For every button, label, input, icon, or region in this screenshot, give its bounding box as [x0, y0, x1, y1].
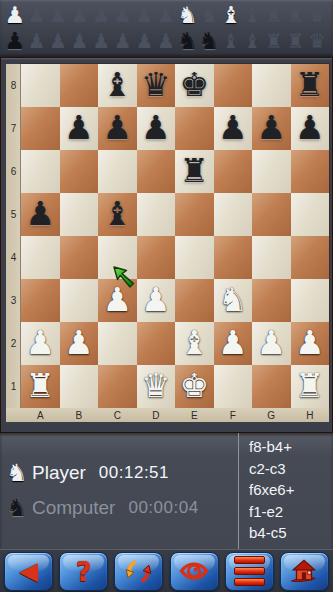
- square-b7[interactable]: ♟: [60, 107, 99, 150]
- slot-white-pawn: ♟: [112, 1, 134, 29]
- black-pawn: ♟: [291, 107, 330, 150]
- square-a6[interactable]: [21, 150, 60, 193]
- square-a8[interactable]: [21, 64, 60, 107]
- square-e5[interactable]: [175, 193, 214, 236]
- slot-white-pawn: ♟: [134, 1, 156, 29]
- captured-black-pawn: ♟: [4, 27, 26, 55]
- square-b1[interactable]: [60, 365, 99, 408]
- black-bishop: ♝: [98, 193, 137, 236]
- square-c6[interactable]: [98, 150, 137, 193]
- square-a3[interactable]: [21, 279, 60, 322]
- slot-white-pawn: ♟: [47, 1, 69, 29]
- file-coordinates: ABCDEFGH: [6, 408, 329, 422]
- square-e4[interactable]: [175, 236, 214, 279]
- rank-label-2: 2: [6, 322, 21, 365]
- file-label-B: B: [60, 408, 99, 422]
- square-g5[interactable]: [252, 193, 291, 236]
- square-h8[interactable]: ♜: [291, 64, 330, 107]
- captured-black-knight: ♞: [198, 27, 220, 55]
- file-label-C: C: [98, 408, 137, 422]
- square-a1[interactable]: ♜: [21, 365, 60, 408]
- square-d1[interactable]: ♛: [137, 365, 176, 408]
- home-icon: [289, 556, 319, 586]
- chess-app-screen: ♟♟♟♟♟♟♟♟♞♞♝♝♜♜♛ ♟♟♟♟♟♟♟♟♞♞♝♝♜♜♛ 87654321…: [0, 0, 333, 592]
- rank-label-7: 7: [6, 107, 21, 150]
- file-label-E: E: [175, 408, 214, 422]
- square-c5[interactable]: ♝: [98, 193, 137, 236]
- move-list[interactable]: f8-b4+c2-c3f6xe6+f1-e2b4-c5: [238, 433, 333, 549]
- square-b5[interactable]: [60, 193, 99, 236]
- square-g1[interactable]: [252, 365, 291, 408]
- black-pawn: ♟: [21, 193, 60, 236]
- file-label-F: F: [214, 408, 253, 422]
- square-g8[interactable]: [252, 64, 291, 107]
- rank-label-3: 3: [6, 279, 21, 322]
- file-label-H: H: [291, 408, 330, 422]
- square-b6[interactable]: [60, 150, 99, 193]
- rank-label-6: 6: [6, 150, 21, 193]
- move-entry: b4-c5: [249, 522, 333, 544]
- home-button[interactable]: [280, 552, 329, 591]
- move-entry: c2-c3: [249, 458, 333, 480]
- help-button[interactable]: ?: [59, 552, 108, 591]
- white-bishop: ♝: [175, 322, 214, 365]
- captured-white-bishop: ♝: [220, 1, 242, 29]
- slot-black-pawn: ♟: [112, 27, 134, 55]
- square-g7[interactable]: ♟: [252, 107, 291, 150]
- slot-white-pawn: ♟: [90, 1, 112, 29]
- square-g4[interactable]: [252, 236, 291, 279]
- slot-black-pawn: ♟: [47, 27, 69, 55]
- square-e3[interactable]: [175, 279, 214, 322]
- toolbar: ◀ ?: [0, 549, 333, 592]
- black-pawn: ♟: [214, 107, 253, 150]
- square-d2[interactable]: [137, 322, 176, 365]
- square-c2[interactable]: [98, 322, 137, 365]
- square-h3[interactable]: [291, 279, 330, 322]
- white-pawn: ♟: [291, 322, 330, 365]
- back-icon: ◀: [19, 559, 37, 583]
- white-knight: ♞: [214, 279, 253, 322]
- captured-pieces-tray: ♟♟♟♟♟♟♟♟♞♞♝♝♜♜♛ ♟♟♟♟♟♟♟♟♞♞♝♝♜♜♛: [0, 0, 333, 57]
- move-entry: f6xe6+: [249, 479, 333, 501]
- player-label: Player: [32, 462, 86, 484]
- square-c7[interactable]: ♟: [98, 107, 137, 150]
- computer-clock-row: ♞ Computer 00:00:04: [4, 493, 199, 523]
- captured-white-pieces-row: ♟♟♟♟♟♟♟♟♞♞♝♝♜♜♛: [4, 1, 329, 29]
- file-label-A: A: [21, 408, 60, 422]
- slot-white-queen: ♛: [306, 1, 328, 29]
- black-knight-icon: ♞: [4, 494, 30, 522]
- black-pawn: ♟: [98, 107, 137, 150]
- square-e8[interactable]: ♚: [175, 64, 214, 107]
- replay-button[interactable]: [114, 552, 163, 591]
- move-entry: f8-b4+: [249, 436, 333, 458]
- help-icon: ?: [76, 558, 92, 585]
- white-pawn: ♟: [60, 322, 99, 365]
- rank-label-4: 4: [6, 236, 21, 279]
- black-king: ♚: [175, 64, 214, 107]
- square-h1[interactable]: ♜: [291, 365, 330, 408]
- status-panel: ♞ Player 00:12:51 ♞ Computer 00:00:04 f8…: [0, 433, 333, 549]
- square-c8[interactable]: ♝: [98, 64, 137, 107]
- last-move-arrow-icon: [111, 264, 138, 291]
- captured-black-knight: ♞: [177, 27, 199, 55]
- black-bishop: ♝: [98, 64, 137, 107]
- board-frame: 87654321 ♝♛♚♜♟♟♟♟♟♟♜♟♝♟♟♞♟♟♝♟♟♟♜♛♚♜ ABCD…: [0, 57, 333, 433]
- square-g3[interactable]: [252, 279, 291, 322]
- square-d4[interactable]: [137, 236, 176, 279]
- square-f1[interactable]: [214, 365, 253, 408]
- square-a2[interactable]: ♟: [21, 322, 60, 365]
- white-queen: ♛: [137, 365, 176, 408]
- chess-board[interactable]: ♝♛♚♜♟♟♟♟♟♟♜♟♝♟♟♞♟♟♝♟♟♟♜♛♚♜: [21, 64, 329, 408]
- replay-icon: [124, 557, 153, 586]
- square-h6[interactable]: [291, 150, 330, 193]
- square-c1[interactable]: [98, 365, 137, 408]
- square-e1[interactable]: ♚: [175, 365, 214, 408]
- square-f5[interactable]: [214, 193, 253, 236]
- square-e7[interactable]: [175, 107, 214, 150]
- square-b4[interactable]: [60, 236, 99, 279]
- rank-label-8: 8: [6, 64, 21, 107]
- captured-black-pieces-row: ♟♟♟♟♟♟♟♟♞♞♝♝♜♜♛: [4, 27, 329, 55]
- slot-black-pawn: ♟: [90, 27, 112, 55]
- square-f8[interactable]: [214, 64, 253, 107]
- square-h7[interactable]: ♟: [291, 107, 330, 150]
- square-a4[interactable]: [21, 236, 60, 279]
- square-h2[interactable]: ♟: [291, 322, 330, 365]
- slot-white-pawn: ♟: [26, 1, 48, 29]
- square-d5[interactable]: [137, 193, 176, 236]
- square-h5[interactable]: [291, 193, 330, 236]
- square-b2[interactable]: ♟: [60, 322, 99, 365]
- square-a5[interactable]: ♟: [21, 193, 60, 236]
- square-f7[interactable]: ♟: [214, 107, 253, 150]
- black-pawn: ♟: [137, 107, 176, 150]
- square-f6[interactable]: [214, 150, 253, 193]
- square-f2[interactable]: ♟: [214, 322, 253, 365]
- square-g6[interactable]: [252, 150, 291, 193]
- white-knight-icon: ♞: [4, 459, 30, 487]
- square-e2[interactable]: ♝: [175, 322, 214, 365]
- black-rook: ♜: [291, 64, 330, 107]
- white-pawn: ♟: [137, 279, 176, 322]
- square-d3[interactable]: ♟: [137, 279, 176, 322]
- file-label-D: D: [137, 408, 176, 422]
- square-d6[interactable]: [137, 150, 176, 193]
- slot-white-knight: ♞: [198, 1, 220, 29]
- player-clock-row: ♞ Player 00:12:51: [4, 458, 169, 488]
- slot-black-bishop: ♝: [242, 27, 264, 55]
- slot-black-pawn: ♟: [155, 27, 177, 55]
- back-button[interactable]: ◀: [4, 552, 53, 591]
- slot-black-rook: ♜: [263, 27, 285, 55]
- rank-label-1: 1: [6, 365, 21, 408]
- white-pawn: ♟: [252, 322, 291, 365]
- square-b8[interactable]: [60, 64, 99, 107]
- slot-white-bishop: ♝: [242, 1, 264, 29]
- computer-label: Computer: [32, 497, 115, 519]
- slot-black-queen: ♛: [306, 27, 328, 55]
- white-pawn: ♟: [21, 322, 60, 365]
- square-a7[interactable]: [21, 107, 60, 150]
- menu-button[interactable]: [225, 552, 274, 591]
- slot-black-rook: ♜: [285, 27, 307, 55]
- slot-black-pawn: ♟: [26, 27, 48, 55]
- white-rook: ♜: [21, 365, 60, 408]
- slot-black-pawn: ♟: [134, 27, 156, 55]
- square-b3[interactable]: [60, 279, 99, 322]
- white-pawn: ♟: [214, 322, 253, 365]
- menu-icon: [234, 556, 265, 586]
- file-label-G: G: [252, 408, 291, 422]
- computer-time: 00:00:04: [128, 498, 198, 518]
- black-rook: ♜: [175, 150, 214, 193]
- black-queen: ♛: [137, 64, 176, 107]
- eye-icon: [179, 556, 209, 586]
- rank-label-5: 5: [6, 193, 21, 236]
- captured-white-pawn: ♟: [4, 1, 26, 29]
- slot-black-pawn: ♟: [69, 27, 91, 55]
- square-e6[interactable]: ♜: [175, 150, 214, 193]
- player-time: 00:12:51: [99, 463, 169, 483]
- black-pawn: ♟: [252, 107, 291, 150]
- slot-black-bishop: ♝: [220, 27, 242, 55]
- square-f4[interactable]: [214, 236, 253, 279]
- captured-white-knight: ♞: [177, 1, 199, 29]
- slot-white-pawn: ♟: [155, 1, 177, 29]
- black-pawn: ♟: [60, 107, 99, 150]
- square-d7[interactable]: ♟: [137, 107, 176, 150]
- move-entry: f1-e2: [249, 501, 333, 523]
- slot-white-pawn: ♟: [69, 1, 91, 29]
- square-d8[interactable]: ♛: [137, 64, 176, 107]
- slot-white-rook: ♜: [263, 1, 285, 29]
- slot-white-rook: ♜: [285, 1, 307, 29]
- view-button[interactable]: [170, 552, 219, 591]
- square-g2[interactable]: ♟: [252, 322, 291, 365]
- white-king: ♚: [175, 365, 214, 408]
- white-rook: ♜: [291, 365, 330, 408]
- square-h4[interactable]: [291, 236, 330, 279]
- square-f3[interactable]: ♞: [214, 279, 253, 322]
- rank-coordinates: 87654321: [6, 64, 21, 408]
